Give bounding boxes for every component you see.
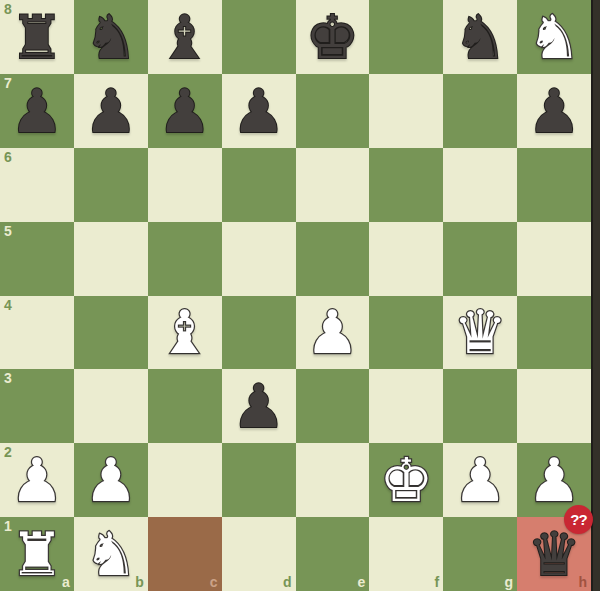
- square-e8[interactable]: ♚: [296, 0, 370, 74]
- white-knight-h8[interactable]: ♞: [517, 0, 591, 74]
- square-d1[interactable]: d: [222, 517, 296, 591]
- square-e4[interactable]: ♟: [296, 296, 370, 370]
- file-label-g: g: [505, 575, 514, 589]
- square-e6[interactable]: [296, 148, 370, 222]
- square-f6[interactable]: [369, 148, 443, 222]
- black-pawn-d7[interactable]: ♟: [222, 74, 296, 148]
- square-c4[interactable]: ♝: [148, 296, 222, 370]
- rank-label-4: 4: [4, 298, 12, 312]
- black-knight-g8[interactable]: ♞: [443, 0, 517, 74]
- square-d2[interactable]: [222, 443, 296, 517]
- square-b3[interactable]: [74, 369, 148, 443]
- white-knight-b1[interactable]: ♞: [74, 517, 148, 591]
- square-b2[interactable]: ♟: [74, 443, 148, 517]
- square-a2[interactable]: 2♟: [0, 443, 74, 517]
- file-label-c: c: [210, 575, 218, 589]
- square-d6[interactable]: [222, 148, 296, 222]
- white-pawn-a2[interactable]: ♟: [0, 443, 74, 517]
- square-g6[interactable]: [443, 148, 517, 222]
- square-h5[interactable]: [517, 222, 591, 296]
- white-pawn-e4[interactable]: ♟: [296, 296, 370, 370]
- square-g7[interactable]: [443, 74, 517, 148]
- square-e5[interactable]: [296, 222, 370, 296]
- square-f8[interactable]: [369, 0, 443, 74]
- square-a4[interactable]: 4: [0, 296, 74, 370]
- square-c7[interactable]: ♟: [148, 74, 222, 148]
- black-rook-a8[interactable]: ♜: [0, 0, 74, 74]
- white-pawn-g2[interactable]: ♟: [443, 443, 517, 517]
- square-e1[interactable]: e: [296, 517, 370, 591]
- square-d3[interactable]: ♟: [222, 369, 296, 443]
- square-a8[interactable]: 8♜: [0, 0, 74, 74]
- square-f7[interactable]: [369, 74, 443, 148]
- square-h6[interactable]: [517, 148, 591, 222]
- white-pawn-b2[interactable]: ♟: [74, 443, 148, 517]
- square-h1[interactable]: h♛??: [517, 517, 591, 591]
- side-panel-strip: [591, 0, 600, 591]
- square-c6[interactable]: [148, 148, 222, 222]
- square-h8[interactable]: ♞: [517, 0, 591, 74]
- white-bishop-c4[interactable]: ♝: [148, 296, 222, 370]
- square-e3[interactable]: [296, 369, 370, 443]
- square-g5[interactable]: [443, 222, 517, 296]
- black-knight-b8[interactable]: ♞: [74, 0, 148, 74]
- square-c8[interactable]: ♝: [148, 0, 222, 74]
- file-label-f: f: [435, 575, 440, 589]
- black-pawn-b7[interactable]: ♟: [74, 74, 148, 148]
- square-f3[interactable]: [369, 369, 443, 443]
- square-b8[interactable]: ♞: [74, 0, 148, 74]
- rank-label-3: 3: [4, 371, 12, 385]
- square-d4[interactable]: [222, 296, 296, 370]
- square-f5[interactable]: [369, 222, 443, 296]
- file-label-d: d: [283, 575, 292, 589]
- square-a5[interactable]: 5: [0, 222, 74, 296]
- square-b6[interactable]: [74, 148, 148, 222]
- black-pawn-c7[interactable]: ♟: [148, 74, 222, 148]
- square-f1[interactable]: f: [369, 517, 443, 591]
- square-b1[interactable]: b♞: [74, 517, 148, 591]
- black-king-e8[interactable]: ♚: [296, 0, 370, 74]
- blunder-badge: ??: [564, 505, 593, 534]
- chess-board[interactable]: 8♜♞♝♚♞♞7♟♟♟♟♟654♝♟♛3♟2♟♟♚♟♟1a♜b♞cdefgh♛?…: [0, 0, 591, 591]
- square-f2[interactable]: ♚: [369, 443, 443, 517]
- black-bishop-c8[interactable]: ♝: [148, 0, 222, 74]
- square-e7[interactable]: [296, 74, 370, 148]
- square-d5[interactable]: [222, 222, 296, 296]
- black-pawn-d3[interactable]: ♟: [222, 369, 296, 443]
- square-d8[interactable]: [222, 0, 296, 74]
- square-f4[interactable]: [369, 296, 443, 370]
- square-c2[interactable]: [148, 443, 222, 517]
- square-g3[interactable]: [443, 369, 517, 443]
- square-d7[interactable]: ♟: [222, 74, 296, 148]
- chess-app: 8♜♞♝♚♞♞7♟♟♟♟♟654♝♟♛3♟2♟♟♚♟♟1a♜b♞cdefgh♛?…: [0, 0, 600, 591]
- square-a6[interactable]: 6: [0, 148, 74, 222]
- square-g1[interactable]: g: [443, 517, 517, 591]
- square-a7[interactable]: 7♟: [0, 74, 74, 148]
- white-rook-a1[interactable]: ♜: [0, 517, 74, 591]
- square-c5[interactable]: [148, 222, 222, 296]
- square-g2[interactable]: ♟: [443, 443, 517, 517]
- square-h3[interactable]: [517, 369, 591, 443]
- square-h7[interactable]: ♟: [517, 74, 591, 148]
- square-b5[interactable]: [74, 222, 148, 296]
- square-h4[interactable]: [517, 296, 591, 370]
- square-a1[interactable]: 1a♜: [0, 517, 74, 591]
- square-a3[interactable]: 3: [0, 369, 74, 443]
- black-pawn-h7[interactable]: ♟: [517, 74, 591, 148]
- square-b7[interactable]: ♟: [74, 74, 148, 148]
- square-e2[interactable]: [296, 443, 370, 517]
- square-g4[interactable]: ♛: [443, 296, 517, 370]
- square-g8[interactable]: ♞: [443, 0, 517, 74]
- rank-label-5: 5: [4, 224, 12, 238]
- square-c1[interactable]: c: [148, 517, 222, 591]
- white-queen-g4[interactable]: ♛: [443, 296, 517, 370]
- square-b4[interactable]: [74, 296, 148, 370]
- black-pawn-a7[interactable]: ♟: [0, 74, 74, 148]
- white-king-f2[interactable]: ♚: [369, 443, 443, 517]
- square-c3[interactable]: [148, 369, 222, 443]
- rank-label-6: 6: [4, 150, 12, 164]
- file-label-e: e: [358, 575, 366, 589]
